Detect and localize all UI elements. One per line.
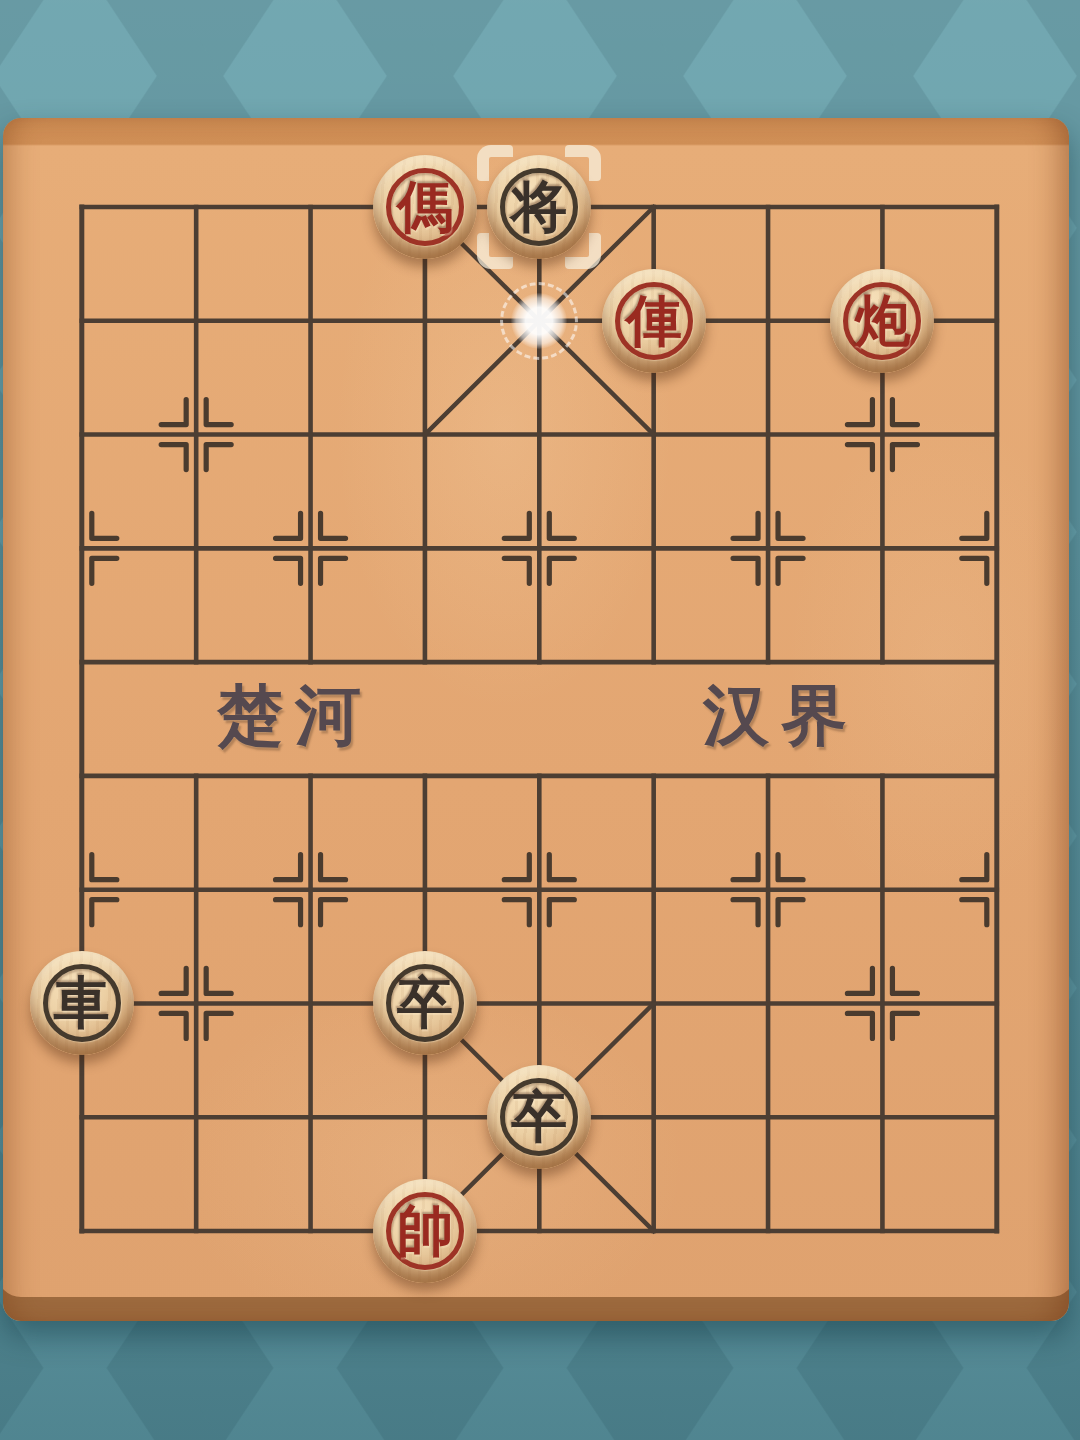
piece-black-soldier-2[interactable]: 卒: [487, 1065, 591, 1169]
move-hint-dot[interactable]: [511, 293, 567, 349]
piece-black-soldier-1[interactable]: 卒: [373, 951, 477, 1055]
piece-red-chariot[interactable]: 俥: [602, 269, 706, 373]
piece-red-cannon[interactable]: 炮: [830, 269, 934, 373]
game-screen: 楚河 汉界 傌将俥炮車卒卒帥: [0, 0, 1080, 1440]
xiangqi-board[interactable]: 楚河 汉界 傌将俥炮車卒卒帥: [3, 118, 1069, 1321]
piece-red-horse[interactable]: 傌: [373, 155, 477, 259]
piece-black-chariot[interactable]: 車: [30, 951, 134, 1055]
piece-red-general[interactable]: 帥: [373, 1179, 477, 1283]
intersection-grid[interactable]: 傌将俥炮車卒卒帥: [25, 150, 1054, 1288]
piece-black-general[interactable]: 将: [487, 155, 591, 259]
